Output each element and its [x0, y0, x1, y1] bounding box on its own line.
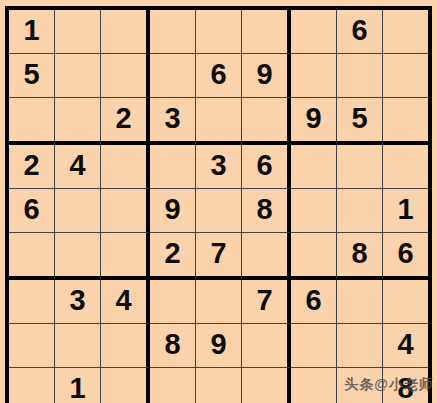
- cell-r7c8[interactable]: [337, 280, 383, 324]
- cell-r5c6[interactable]: 8: [242, 189, 291, 233]
- cell-r3c7[interactable]: 9: [291, 98, 337, 145]
- cell-r8c2[interactable]: [55, 324, 101, 368]
- cell-r3c4[interactable]: 3: [150, 98, 196, 145]
- cell-r6c2[interactable]: [55, 233, 101, 280]
- cell-r9c6[interactable]: [242, 368, 291, 403]
- cell-r7c2[interactable]: 3: [55, 280, 101, 324]
- cell-r1c6[interactable]: [242, 10, 291, 54]
- cell-r6c7[interactable]: [291, 233, 337, 280]
- cell-r3c9[interactable]: [383, 98, 428, 145]
- cell-r7c4[interactable]: [150, 280, 196, 324]
- cell-r8c5[interactable]: 9: [196, 324, 242, 368]
- cell-r2c8[interactable]: [337, 54, 383, 98]
- cell-r6c3[interactable]: [101, 233, 150, 280]
- cell-r8c7[interactable]: [291, 324, 337, 368]
- cell-r8c1[interactable]: [9, 324, 55, 368]
- cell-r7c9[interactable]: [383, 280, 428, 324]
- cell-r7c6[interactable]: 7: [242, 280, 291, 324]
- cell-r5c7[interactable]: [291, 189, 337, 233]
- cell-r2c3[interactable]: [101, 54, 150, 98]
- cell-r9c9[interactable]: 8: [383, 368, 428, 403]
- cell-r4c8[interactable]: [337, 145, 383, 189]
- cell-r1c1[interactable]: 1: [9, 10, 55, 54]
- cell-r4c5[interactable]: 3: [196, 145, 242, 189]
- cell-r4c2[interactable]: 4: [55, 145, 101, 189]
- cell-r6c9[interactable]: 6: [383, 233, 428, 280]
- cell-r4c4[interactable]: [150, 145, 196, 189]
- cell-r3c3[interactable]: 2: [101, 98, 150, 145]
- cell-r9c8[interactable]: [337, 368, 383, 403]
- cell-r4c7[interactable]: [291, 145, 337, 189]
- cell-r9c5[interactable]: [196, 368, 242, 403]
- cell-r5c9[interactable]: 1: [383, 189, 428, 233]
- cell-r8c8[interactable]: [337, 324, 383, 368]
- cell-r6c6[interactable]: [242, 233, 291, 280]
- cell-r7c3[interactable]: 4: [101, 280, 150, 324]
- cell-r3c6[interactable]: [242, 98, 291, 145]
- cell-r4c3[interactable]: [101, 145, 150, 189]
- cell-r4c6[interactable]: 6: [242, 145, 291, 189]
- cell-r5c8[interactable]: [337, 189, 383, 233]
- cell-r4c9[interactable]: [383, 145, 428, 189]
- cell-r1c5[interactable]: [196, 10, 242, 54]
- cell-r8c3[interactable]: [101, 324, 150, 368]
- cell-r8c4[interactable]: 8: [150, 324, 196, 368]
- cell-r1c8[interactable]: 6: [337, 10, 383, 54]
- cell-r5c3[interactable]: [101, 189, 150, 233]
- cell-r8c6[interactable]: [242, 324, 291, 368]
- cell-r9c3[interactable]: [101, 368, 150, 403]
- cell-r2c1[interactable]: 5: [9, 54, 55, 98]
- cell-r1c3[interactable]: [101, 10, 150, 54]
- cell-r3c5[interactable]: [196, 98, 242, 145]
- cell-r6c8[interactable]: 8: [337, 233, 383, 280]
- cell-r3c1[interactable]: [9, 98, 55, 145]
- cell-r9c1[interactable]: [9, 368, 55, 403]
- cell-r9c7[interactable]: [291, 368, 337, 403]
- cell-r1c9[interactable]: [383, 10, 428, 54]
- cell-r5c5[interactable]: [196, 189, 242, 233]
- cell-r3c2[interactable]: [55, 98, 101, 145]
- cell-r2c4[interactable]: [150, 54, 196, 98]
- sudoku-board: 165692395243669812786347689418: [5, 6, 432, 403]
- cell-r6c1[interactable]: [9, 233, 55, 280]
- cell-r7c7[interactable]: 6: [291, 280, 337, 324]
- cell-r5c2[interactable]: [55, 189, 101, 233]
- cell-r5c1[interactable]: 6: [9, 189, 55, 233]
- cell-r1c2[interactable]: [55, 10, 101, 54]
- cell-r6c4[interactable]: 2: [150, 233, 196, 280]
- cell-r7c5[interactable]: [196, 280, 242, 324]
- cell-r2c5[interactable]: 6: [196, 54, 242, 98]
- cell-r7c1[interactable]: [9, 280, 55, 324]
- cell-r8c9[interactable]: 4: [383, 324, 428, 368]
- cell-r1c7[interactable]: [291, 10, 337, 54]
- cell-r5c4[interactable]: 9: [150, 189, 196, 233]
- cell-r9c4[interactable]: [150, 368, 196, 403]
- cell-r2c9[interactable]: [383, 54, 428, 98]
- cell-r2c2[interactable]: [55, 54, 101, 98]
- cell-r4c1[interactable]: 2: [9, 145, 55, 189]
- cell-r3c8[interactable]: 5: [337, 98, 383, 145]
- cell-r6c5[interactable]: 7: [196, 233, 242, 280]
- cell-r9c2[interactable]: 1: [55, 368, 101, 403]
- sudoku-screenshot: 165692395243669812786347689418 头条@小老师: [0, 0, 437, 403]
- cell-r2c6[interactable]: 9: [242, 54, 291, 98]
- cell-r2c7[interactable]: [291, 54, 337, 98]
- cell-r1c4[interactable]: [150, 10, 196, 54]
